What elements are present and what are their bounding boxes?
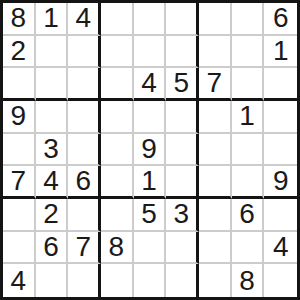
cell-r3c5[interactable]: 4 bbox=[134, 68, 167, 101]
cell-r4c7[interactable] bbox=[199, 101, 232, 134]
cell-r9c7[interactable] bbox=[199, 264, 232, 297]
cell-r8c2[interactable]: 6 bbox=[36, 232, 69, 265]
cell-r5c3[interactable] bbox=[68, 134, 101, 167]
cell-r8c8[interactable] bbox=[232, 232, 265, 265]
cell-r8c7[interactable] bbox=[199, 232, 232, 265]
cell-r9c1[interactable]: 4 bbox=[3, 264, 36, 297]
cell-r9c5[interactable] bbox=[134, 264, 167, 297]
cell-r5c4[interactable] bbox=[101, 134, 134, 167]
cell-r8c1[interactable] bbox=[3, 232, 36, 265]
cell-r7c4[interactable] bbox=[101, 199, 134, 232]
cell-r3c9[interactable] bbox=[264, 68, 297, 101]
cell-r2c5[interactable] bbox=[134, 36, 167, 69]
cell-r5c7[interactable] bbox=[199, 134, 232, 167]
cell-r5c6[interactable] bbox=[166, 134, 199, 167]
cell-r8c3[interactable]: 7 bbox=[68, 232, 101, 265]
cell-r1c3[interactable]: 4 bbox=[68, 3, 101, 36]
cell-r8c6[interactable] bbox=[166, 232, 199, 265]
cell-r9c4[interactable] bbox=[101, 264, 134, 297]
cell-r1c5[interactable] bbox=[134, 3, 167, 36]
cell-r6c9[interactable]: 9 bbox=[264, 166, 297, 199]
cell-r7c6[interactable]: 3 bbox=[166, 199, 199, 232]
cell-r7c8[interactable]: 6 bbox=[232, 199, 265, 232]
cell-r7c7[interactable] bbox=[199, 199, 232, 232]
cell-r6c2[interactable]: 4 bbox=[36, 166, 69, 199]
cell-r5c5[interactable]: 9 bbox=[134, 134, 167, 167]
cell-r8c9[interactable]: 4 bbox=[264, 232, 297, 265]
cell-r2c6[interactable] bbox=[166, 36, 199, 69]
cell-r4c9[interactable] bbox=[264, 101, 297, 134]
cell-r6c4[interactable] bbox=[101, 166, 134, 199]
cell-r2c3[interactable] bbox=[68, 36, 101, 69]
cell-r2c4[interactable] bbox=[101, 36, 134, 69]
cell-r1c8[interactable] bbox=[232, 3, 265, 36]
cell-r1c9[interactable]: 6 bbox=[264, 3, 297, 36]
cell-r4c6[interactable] bbox=[166, 101, 199, 134]
cell-r6c1[interactable]: 7 bbox=[3, 166, 36, 199]
cell-r3c8[interactable] bbox=[232, 68, 265, 101]
cell-r4c1[interactable]: 9 bbox=[3, 101, 36, 134]
cell-r5c9[interactable] bbox=[264, 134, 297, 167]
cell-r3c7[interactable]: 7 bbox=[199, 68, 232, 101]
cell-r8c4[interactable]: 8 bbox=[101, 232, 134, 265]
cell-r5c1[interactable] bbox=[3, 134, 36, 167]
cell-r1c6[interactable] bbox=[166, 3, 199, 36]
cell-r1c1[interactable]: 8 bbox=[3, 3, 36, 36]
sudoku-board: 8146214579139746192536678448 bbox=[0, 0, 300, 300]
cell-r4c5[interactable] bbox=[134, 101, 167, 134]
cell-r5c2[interactable]: 3 bbox=[36, 134, 69, 167]
cell-r7c5[interactable]: 5 bbox=[134, 199, 167, 232]
cell-r3c2[interactable] bbox=[36, 68, 69, 101]
cell-r7c9[interactable] bbox=[264, 199, 297, 232]
cell-r3c1[interactable] bbox=[3, 68, 36, 101]
cell-r3c3[interactable] bbox=[68, 68, 101, 101]
cell-r6c8[interactable] bbox=[232, 166, 265, 199]
cell-r6c3[interactable]: 6 bbox=[68, 166, 101, 199]
cell-r2c9[interactable]: 1 bbox=[264, 36, 297, 69]
cell-r9c6[interactable] bbox=[166, 264, 199, 297]
cell-r4c2[interactable] bbox=[36, 101, 69, 134]
cell-r4c3[interactable] bbox=[68, 101, 101, 134]
cell-r6c5[interactable]: 1 bbox=[134, 166, 167, 199]
cell-r4c8[interactable]: 1 bbox=[232, 101, 265, 134]
cell-r1c2[interactable]: 1 bbox=[36, 3, 69, 36]
cell-r7c3[interactable] bbox=[68, 199, 101, 232]
cell-r1c4[interactable] bbox=[101, 3, 134, 36]
cell-r2c7[interactable] bbox=[199, 36, 232, 69]
cell-r2c2[interactable] bbox=[36, 36, 69, 69]
cell-r3c4[interactable] bbox=[101, 68, 134, 101]
cell-r2c1[interactable]: 2 bbox=[3, 36, 36, 69]
cell-r6c6[interactable] bbox=[166, 166, 199, 199]
cell-r2c8[interactable] bbox=[232, 36, 265, 69]
cell-r9c8[interactable]: 8 bbox=[232, 264, 265, 297]
cell-r9c3[interactable] bbox=[68, 264, 101, 297]
cell-r7c1[interactable] bbox=[3, 199, 36, 232]
cell-r9c9[interactable] bbox=[264, 264, 297, 297]
cell-r1c7[interactable] bbox=[199, 3, 232, 36]
cell-r7c2[interactable]: 2 bbox=[36, 199, 69, 232]
cell-r9c2[interactable] bbox=[36, 264, 69, 297]
cell-r5c8[interactable] bbox=[232, 134, 265, 167]
cell-r3c6[interactable]: 5 bbox=[166, 68, 199, 101]
cell-r6c7[interactable] bbox=[199, 166, 232, 199]
cell-r4c4[interactable] bbox=[101, 101, 134, 134]
cell-r8c5[interactable] bbox=[134, 232, 167, 265]
